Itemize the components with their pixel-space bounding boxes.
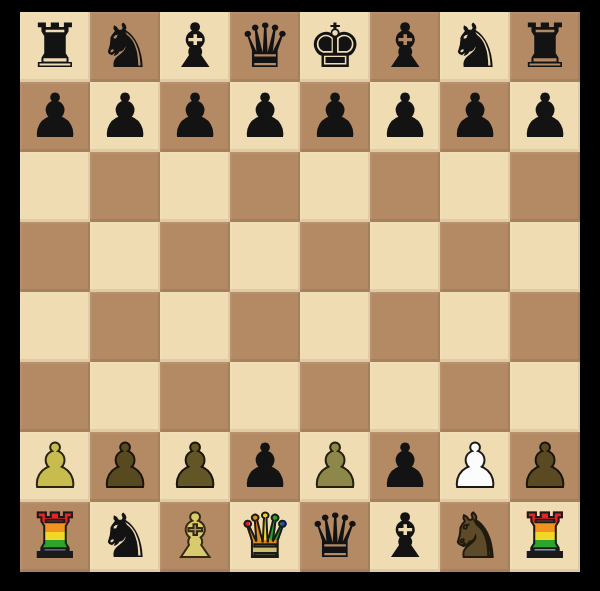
piece-pride-rook-h1[interactable]: ♜ (518, 505, 573, 566)
square-c7[interactable]: ♟ (160, 82, 230, 152)
chess-board: ♜♞♝♛♚♝♞♜♟♟♟♟♟♟♟♟♟♟♟♟♟♟♟♟♜♞♝♛♛♝♞♜ (20, 12, 580, 572)
piece-black-knight-b1[interactable]: ♞ (98, 505, 153, 566)
square-d6[interactable] (230, 152, 300, 222)
square-g8[interactable]: ♞ (440, 12, 510, 82)
square-f8[interactable]: ♝ (370, 12, 440, 82)
square-g7[interactable]: ♟ (440, 82, 510, 152)
square-c5[interactable] (160, 222, 230, 292)
square-b8[interactable]: ♞ (90, 12, 160, 82)
square-b2[interactable]: ♟ (90, 432, 160, 502)
piece-brown-knight-g1[interactable]: ♞ (448, 505, 503, 566)
square-g2[interactable]: ♟ (440, 432, 510, 502)
square-f7[interactable]: ♟ (370, 82, 440, 152)
piece-olive-pawn-e2[interactable]: ♟ (308, 435, 363, 496)
piece-black-pawn-a7[interactable]: ♟ (28, 85, 83, 146)
piece-black-king-e8[interactable]: ♚ (308, 15, 363, 76)
square-h6[interactable] (510, 152, 580, 222)
square-a6[interactable] (20, 152, 90, 222)
square-g6[interactable] (440, 152, 510, 222)
piece-black-queen-d8[interactable]: ♛ (238, 15, 293, 76)
piece-dark-brown-pawn-h2[interactable]: ♟ (518, 435, 573, 496)
square-h7[interactable]: ♟ (510, 82, 580, 152)
square-c2[interactable]: ♟ (160, 432, 230, 502)
square-d7[interactable]: ♟ (230, 82, 300, 152)
square-e4[interactable] (300, 292, 370, 362)
piece-black-bishop-f8[interactable]: ♝ (378, 15, 433, 76)
square-a8[interactable]: ♜ (20, 12, 90, 82)
square-c8[interactable]: ♝ (160, 12, 230, 82)
square-d8[interactable]: ♛ (230, 12, 300, 82)
square-e6[interactable] (300, 152, 370, 222)
square-d3[interactable] (230, 362, 300, 432)
piece-black-knight-b8[interactable]: ♞ (98, 15, 153, 76)
piece-black-pawn-f7[interactable]: ♟ (378, 85, 433, 146)
piece-pride-rook-a1[interactable]: ♜ (28, 505, 83, 566)
square-f2[interactable]: ♟ (370, 432, 440, 502)
square-a3[interactable] (20, 362, 90, 432)
square-c6[interactable] (160, 152, 230, 222)
piece-black-pawn-b7[interactable]: ♟ (98, 85, 153, 146)
square-b7[interactable]: ♟ (90, 82, 160, 152)
square-c1[interactable]: ♝ (160, 502, 230, 572)
square-g4[interactable] (440, 292, 510, 362)
square-e1[interactable]: ♛ (300, 502, 370, 572)
square-a4[interactable] (20, 292, 90, 362)
square-b5[interactable] (90, 222, 160, 292)
square-d2[interactable]: ♟ (230, 432, 300, 502)
piece-black-bishop-f1[interactable]: ♝ (378, 505, 433, 566)
square-e5[interactable] (300, 222, 370, 292)
square-b6[interactable] (90, 152, 160, 222)
piece-black-knight-g8[interactable]: ♞ (448, 15, 503, 76)
square-g5[interactable] (440, 222, 510, 292)
square-b3[interactable] (90, 362, 160, 432)
piece-black-pawn-g7[interactable]: ♟ (448, 85, 503, 146)
square-f5[interactable] (370, 222, 440, 292)
piece-black-bishop-c8[interactable]: ♝ (168, 15, 223, 76)
square-a1[interactable]: ♜ (20, 502, 90, 572)
piece-yellow-pawn-a2[interactable]: ♟ (28, 435, 83, 496)
square-e7[interactable]: ♟ (300, 82, 370, 152)
piece-white-pawn-g2[interactable]: ♟ (448, 435, 503, 496)
square-e8[interactable]: ♚ (300, 12, 370, 82)
square-d4[interactable] (230, 292, 300, 362)
square-e2[interactable]: ♟ (300, 432, 370, 502)
piece-black-pawn-c7[interactable]: ♟ (168, 85, 223, 146)
square-c3[interactable] (160, 362, 230, 432)
square-b1[interactable]: ♞ (90, 502, 160, 572)
square-h8[interactable]: ♜ (510, 12, 580, 82)
square-g1[interactable]: ♞ (440, 502, 510, 572)
piece-khaki-bishop-c1[interactable]: ♝ (168, 505, 223, 566)
square-b4[interactable] (90, 292, 160, 362)
piece-black-rook-h8[interactable]: ♜ (518, 15, 573, 76)
square-d1[interactable]: ♛ (230, 502, 300, 572)
square-f3[interactable] (370, 362, 440, 432)
piece-black-queen-e1[interactable]: ♛ (308, 505, 363, 566)
square-g3[interactable] (440, 362, 510, 432)
square-h3[interactable] (510, 362, 580, 432)
square-a2[interactable]: ♟ (20, 432, 90, 502)
piece-black-pawn-e7[interactable]: ♟ (308, 85, 363, 146)
square-e3[interactable] (300, 362, 370, 432)
piece-black-pawn-h7[interactable]: ♟ (518, 85, 573, 146)
square-a7[interactable]: ♟ (20, 82, 90, 152)
piece-dark-olive2-pawn-c2[interactable]: ♟ (168, 435, 223, 496)
square-h1[interactable]: ♜ (510, 502, 580, 572)
square-d5[interactable] (230, 222, 300, 292)
square-a5[interactable] (20, 222, 90, 292)
square-f4[interactable] (370, 292, 440, 362)
square-h4[interactable] (510, 292, 580, 362)
piece-pride-queen-queen-d1[interactable]: ♛ (238, 505, 293, 566)
square-h2[interactable]: ♟ (510, 432, 580, 502)
piece-black-rook-a8[interactable]: ♜ (28, 15, 83, 76)
square-f1[interactable]: ♝ (370, 502, 440, 572)
square-c4[interactable] (160, 292, 230, 362)
piece-black-pawn-f2[interactable]: ♟ (378, 435, 433, 496)
piece-black-pawn-d7[interactable]: ♟ (238, 85, 293, 146)
piece-dark-olive-pawn-b2[interactable]: ♟ (98, 435, 153, 496)
board-frame: ♜♞♝♛♚♝♞♜♟♟♟♟♟♟♟♟♟♟♟♟♟♟♟♟♜♞♝♛♛♝♞♜ (20, 12, 580, 572)
square-h5[interactable] (510, 222, 580, 292)
square-f6[interactable] (370, 152, 440, 222)
piece-black-pawn-d2[interactable]: ♟ (238, 435, 293, 496)
